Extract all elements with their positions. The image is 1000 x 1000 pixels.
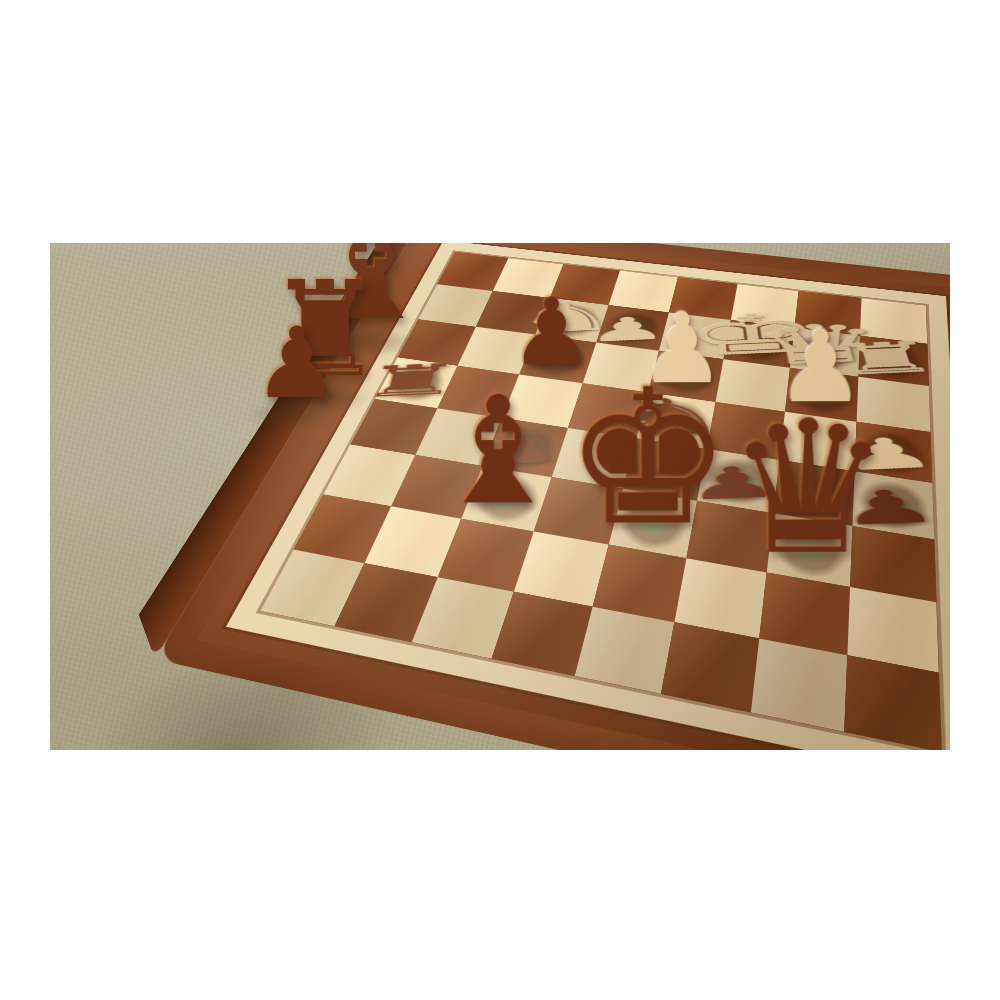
square-e1[interactable] — [669, 277, 738, 320]
piece-shadow — [725, 324, 793, 366]
square-g8[interactable] — [751, 638, 848, 732]
camera-tilt: ♞♟♚♛♜♟♟♟♜♞♟♟♟♟♝♚♛ — [50, 243, 950, 750]
piece-white-rook-h2[interactable]: ♜ — [831, 337, 946, 381]
square-d1[interactable] — [609, 271, 678, 313]
square-d2[interactable]: ♟ — [596, 305, 669, 351]
square-g1[interactable] — [795, 291, 862, 336]
piece-white-queen-g2[interactable]: ♛ — [749, 317, 893, 373]
piece-shadow — [791, 331, 859, 374]
piece-black-king-e6[interactable]: ♚ — [564, 370, 732, 548]
square-a8[interactable] — [260, 550, 364, 627]
square-a1[interactable] — [437, 252, 508, 291]
piece-shadow — [859, 339, 927, 383]
piece-shadow — [598, 308, 667, 348]
square-a3[interactable] — [398, 319, 476, 366]
square-g6[interactable]: ♛ — [767, 513, 853, 587]
square-h1[interactable] — [860, 298, 927, 344]
chess-board: ♞♟♚♛♜♟♟♟♜♞♟♟♟♟♝♚♛ — [197, 243, 950, 750]
square-a2[interactable] — [418, 284, 493, 327]
square-b1[interactable] — [493, 258, 564, 298]
piece-black-bishop-c6[interactable]: ♝ — [432, 381, 565, 522]
square-f1[interactable] — [731, 284, 799, 328]
square-f2[interactable]: ♚ — [724, 320, 795, 368]
product-photo: ♞♟♚♛♜♟♟♟♜♞♟♟♟♟♝♚♛ ♝♜♟ — [50, 243, 950, 750]
square-c2[interactable]: ♞ — [535, 298, 608, 343]
square-h2[interactable]: ♜ — [858, 336, 928, 386]
square-h8[interactable] — [844, 655, 941, 750]
piece-shadow — [537, 301, 607, 340]
scene-3d: ♞♟♚♛♜♟♟♟♜♞♟♟♟♟♝♚♛ — [50, 243, 950, 750]
page: ♞♟♚♛♜♟♟♟♜♞♟♟♟♟♝♚♛ ♝♜♟ — [0, 0, 1000, 1000]
square-e6[interactable]: ♚ — [609, 489, 697, 558]
piece-white-knight-c2[interactable]: ♞ — [514, 296, 619, 339]
square-e8[interactable] — [575, 607, 675, 694]
piece-black-queen-g6[interactable]: ♛ — [726, 401, 891, 576]
piece-white-pawn-d2[interactable]: ♟ — [588, 313, 669, 346]
square-a5[interactable] — [350, 399, 437, 455]
square-f8[interactable] — [661, 622, 759, 712]
square-b2[interactable] — [476, 291, 550, 335]
board-grid: ♞♟♚♛♜♟♟♟♜♞♟♟♟♟♝♚♛ — [260, 252, 941, 750]
square-g2[interactable]: ♛ — [790, 328, 860, 377]
square-c1[interactable] — [550, 264, 620, 305]
